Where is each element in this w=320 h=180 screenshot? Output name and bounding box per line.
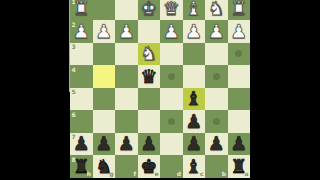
square-d4[interactable]	[160, 65, 183, 88]
left-letterbox-bar	[0, 0, 70, 180]
square-b3[interactable]	[205, 43, 228, 66]
rank-label-2: 2	[72, 21, 76, 28]
square-g2[interactable]: ♟	[93, 20, 116, 43]
square-c2[interactable]: ♟	[183, 20, 206, 43]
rank-label-6: 6	[72, 111, 76, 118]
square-g5[interactable]	[93, 88, 116, 111]
square-h5[interactable]: 5	[70, 88, 93, 111]
square-e1[interactable]: ♚	[138, 0, 161, 20]
square-d2[interactable]: ♟	[160, 20, 183, 43]
square-g3[interactable]	[93, 43, 116, 66]
white-queen-piece[interactable]: ♛	[160, 0, 183, 20]
square-d3[interactable]	[160, 43, 183, 66]
square-f5[interactable]	[115, 88, 138, 111]
white-pawn-piece[interactable]: ♟	[228, 20, 251, 43]
square-e8[interactable]: ♚e	[138, 155, 161, 178]
square-e4[interactable]: ♛	[138, 65, 161, 88]
file-label-d: d	[177, 170, 181, 177]
white-pawn-piece[interactable]: ♟	[205, 20, 228, 43]
rank-label-3: 3	[72, 43, 76, 50]
square-f4[interactable]	[115, 65, 138, 88]
square-c7[interactable]: ♟	[183, 133, 206, 156]
legal-move-dot	[235, 50, 242, 57]
square-h2[interactable]: ♟2	[70, 20, 93, 43]
rank-label-1: 1	[72, 0, 76, 5]
square-h8[interactable]: ♜8h	[70, 155, 93, 178]
square-c6[interactable]: ♟	[183, 110, 206, 133]
square-f2[interactable]: ♟	[115, 20, 138, 43]
square-b5[interactable]	[205, 88, 228, 111]
square-f8[interactable]: f	[115, 155, 138, 178]
white-rook-piece[interactable]: ♜	[228, 0, 251, 20]
rank-label-4: 4	[72, 66, 76, 73]
video-artifact-line	[69, 0, 70, 92]
square-e2[interactable]	[138, 20, 161, 43]
square-d8[interactable]: d	[160, 155, 183, 178]
white-pawn-piece[interactable]: ♟	[93, 20, 116, 43]
black-bishop-piece[interactable]: ♝	[183, 88, 206, 111]
file-label-f: f	[133, 170, 136, 177]
square-a8[interactable]: ♜a	[228, 155, 251, 178]
white-knight-piece[interactable]: ♞	[205, 0, 228, 20]
square-b4[interactable]	[205, 65, 228, 88]
square-g7[interactable]: ♟	[93, 133, 116, 156]
square-h1[interactable]: ♜1	[70, 0, 93, 20]
white-pawn-piece[interactable]: ♟	[115, 20, 138, 43]
legal-move-dot	[168, 73, 175, 80]
square-b2[interactable]: ♟	[205, 20, 228, 43]
square-e3[interactable]: ♞	[138, 43, 161, 66]
chess-board: ♜1♚♛♝♞♜♟2♟♟♟♟♟♟3♞4♛5♝6♟♟7♟♟♟♟♟♟♜8h♞gf♚ed…	[70, 0, 250, 178]
square-d7[interactable]	[160, 133, 183, 156]
black-queen-piece[interactable]: ♛	[138, 65, 161, 88]
black-pawn-piece[interactable]: ♟	[115, 133, 138, 156]
square-e7[interactable]: ♟	[138, 133, 161, 156]
square-h7[interactable]: ♟7	[70, 133, 93, 156]
square-c8[interactable]: ♝c	[183, 155, 206, 178]
white-pawn-piece[interactable]: ♟	[183, 20, 206, 43]
legal-move-dot	[213, 118, 220, 125]
white-king-piece[interactable]: ♚	[138, 0, 161, 20]
file-label-h: h	[87, 170, 91, 177]
square-e6[interactable]	[138, 110, 161, 133]
square-g4[interactable]	[93, 65, 116, 88]
square-a7[interactable]: ♟	[228, 133, 251, 156]
square-a4[interactable]	[228, 65, 251, 88]
black-pawn-piece[interactable]: ♟	[138, 133, 161, 156]
legal-move-dot	[213, 73, 220, 80]
square-a3[interactable]	[228, 43, 251, 66]
square-a1[interactable]: ♜	[228, 0, 251, 20]
black-pawn-piece[interactable]: ♟	[93, 133, 116, 156]
square-a6[interactable]	[228, 110, 251, 133]
square-c4[interactable]	[183, 65, 206, 88]
legal-move-dot	[168, 118, 175, 125]
square-f1[interactable]	[115, 0, 138, 20]
file-label-a: a	[244, 170, 248, 177]
square-f6[interactable]	[115, 110, 138, 133]
square-a5[interactable]	[228, 88, 251, 111]
square-f7[interactable]: ♟	[115, 133, 138, 156]
black-pawn-piece[interactable]: ♟	[183, 110, 206, 133]
black-pawn-piece[interactable]: ♟	[228, 133, 251, 156]
square-c3[interactable]	[183, 43, 206, 66]
file-label-b: b	[222, 170, 226, 177]
white-bishop-piece[interactable]: ♝	[183, 0, 206, 20]
square-e5[interactable]	[138, 88, 161, 111]
square-b1[interactable]: ♞	[205, 0, 228, 20]
square-g1[interactable]	[93, 0, 116, 20]
square-f3[interactable]	[115, 43, 138, 66]
square-h3[interactable]: 3	[70, 43, 93, 66]
square-b8[interactable]: b	[205, 155, 228, 178]
square-a2[interactable]: ♟	[228, 20, 251, 43]
square-h6[interactable]: 6	[70, 110, 93, 133]
right-letterbox-bar	[250, 0, 320, 180]
square-d1[interactable]: ♛	[160, 0, 183, 20]
square-b6[interactable]	[205, 110, 228, 133]
file-label-c: c	[200, 170, 204, 177]
video-frame: ♜1♚♛♝♞♜♟2♟♟♟♟♟♟3♞4♛5♝6♟♟7♟♟♟♟♟♟♜8h♞gf♚ed…	[0, 0, 320, 180]
square-g8[interactable]: ♞g	[93, 155, 116, 178]
file-label-e: e	[154, 170, 158, 177]
white-pawn-piece[interactable]: ♟	[160, 20, 183, 43]
white-knight-piece[interactable]: ♞	[138, 43, 161, 66]
rank-label-8: 8	[72, 156, 76, 163]
square-d5[interactable]	[160, 88, 183, 111]
rank-label-5: 5	[72, 88, 76, 95]
rank-label-7: 7	[72, 133, 76, 140]
square-d6[interactable]	[160, 110, 183, 133]
square-c5[interactable]: ♝	[183, 88, 206, 111]
black-pawn-piece[interactable]: ♟	[183, 133, 206, 156]
square-g6[interactable]	[93, 110, 116, 133]
square-c1[interactable]: ♝	[183, 0, 206, 20]
file-label-g: g	[109, 170, 113, 177]
black-pawn-piece[interactable]: ♟	[205, 133, 228, 156]
square-b7[interactable]: ♟	[205, 133, 228, 156]
square-h4[interactable]: 4	[70, 65, 93, 88]
